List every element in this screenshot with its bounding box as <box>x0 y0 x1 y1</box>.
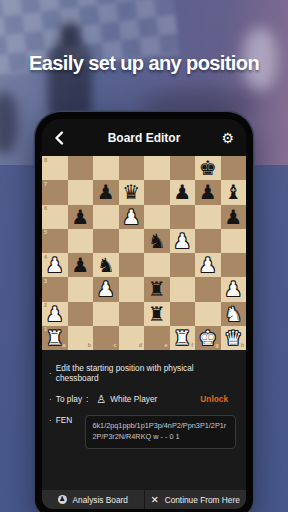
square-c1[interactable]: c <box>93 326 119 350</box>
piece-black-pawn: ♟ <box>93 180 119 204</box>
phone-mockup: Board Editor ⚙ 8♚7♟♛♟♟♝6♟♟♟5♞♟4♟♟♞♟3♟♜♟2… <box>35 112 253 512</box>
square-e3[interactable]: ♜ <box>144 277 170 301</box>
square-a3[interactable]: 3 <box>42 277 68 301</box>
square-f2[interactable] <box>170 302 196 326</box>
to-play-row: · To play : ♙ White Player Unlock <box>49 393 238 405</box>
square-c3[interactable]: ♟ <box>93 277 119 301</box>
banner-title: Easily set up any position <box>0 52 288 75</box>
rank-label: 3 <box>44 279 47 285</box>
close-icon: ✕ <box>151 495 159 505</box>
to-play-label: To play <box>56 394 82 404</box>
square-f3[interactable] <box>170 277 196 301</box>
square-b6[interactable]: ♟ <box>68 205 94 229</box>
rank-label: 5 <box>44 230 47 236</box>
unlock-button[interactable]: Unlock <box>194 393 234 405</box>
piece-black-rook: ♜ <box>144 302 170 326</box>
square-g2[interactable] <box>195 302 221 326</box>
square-g4[interactable]: ♟ <box>195 253 221 277</box>
square-e1[interactable]: e <box>144 326 170 350</box>
file-label: b <box>88 343 91 349</box>
piece-white-king: ♚ <box>195 326 221 350</box>
square-c8[interactable] <box>93 156 119 180</box>
edit-hint-row: · Edit the starting position with physic… <box>49 363 238 383</box>
square-e7[interactable] <box>144 180 170 204</box>
analysis-board-label: Analysis Board <box>73 495 128 505</box>
piece-black-rook: ♜ <box>144 277 170 301</box>
back-button[interactable] <box>54 131 74 145</box>
square-c6[interactable] <box>93 205 119 229</box>
square-h5[interactable] <box>221 229 247 253</box>
to-play-value[interactable]: White Player <box>110 394 157 404</box>
back-chevron-icon <box>54 131 64 145</box>
app-screen: Board Editor ⚙ 8♚7♟♛♟♟♝6♟♟♟5♞♟4♟♟♞♟3♟♜♟2… <box>42 119 246 509</box>
square-d3[interactable] <box>119 277 145 301</box>
square-g6[interactable] <box>195 205 221 229</box>
piece-white-rook: ♜ <box>170 326 196 350</box>
square-e2[interactable]: ♜ <box>144 302 170 326</box>
square-a2[interactable]: 2♟ <box>42 302 68 326</box>
piece-white-queen: ♛ <box>221 326 247 350</box>
square-d1[interactable]: d <box>119 326 145 350</box>
square-b5[interactable] <box>68 229 94 253</box>
square-b7[interactable] <box>68 180 94 204</box>
square-d6[interactable]: ♟ <box>119 205 145 229</box>
square-e4[interactable] <box>144 253 170 277</box>
square-f4[interactable] <box>170 253 196 277</box>
bullet: · <box>49 368 52 378</box>
piece-black-pawn: ♟ <box>221 205 247 229</box>
piece-white-pawn: ♟ <box>42 302 68 326</box>
rank-label: 8 <box>44 158 47 164</box>
square-c4[interactable]: ♞ <box>93 253 119 277</box>
square-a8[interactable]: 8 <box>42 156 68 180</box>
piece-white-pawn: ♟ <box>42 253 68 277</box>
square-h1[interactable]: h♛ <box>221 326 247 350</box>
piece-white-rook: ♜ <box>42 326 68 350</box>
rank-label: 6 <box>44 206 47 212</box>
piece-white-pawn: ♟ <box>221 277 247 301</box>
screenshot-root: Easily set up any position Board Editor … <box>0 0 288 512</box>
square-h4[interactable] <box>221 253 247 277</box>
square-g3[interactable] <box>195 277 221 301</box>
square-h3[interactable]: ♟ <box>221 277 247 301</box>
square-e5[interactable]: ♞ <box>144 229 170 253</box>
continue-from-here-button[interactable]: ✕ Continue From Here <box>145 490 247 509</box>
square-g7[interactable]: ♟ <box>195 180 221 204</box>
chess-board[interactable]: 8♚7♟♛♟♟♝6♟♟♟5♞♟4♟♟♞♟3♟♜♟2♟♜♞1a♜bcdef♜g♚h… <box>42 156 246 350</box>
square-c7[interactable]: ♟ <box>93 180 119 204</box>
square-a5[interactable]: 5 <box>42 229 68 253</box>
square-f5[interactable]: ♟ <box>170 229 196 253</box>
square-a4[interactable]: 4♟ <box>42 253 68 277</box>
square-c5[interactable] <box>93 229 119 253</box>
piece-white-pawn: ♟ <box>170 229 196 253</box>
file-label: c <box>113 343 116 349</box>
square-h6[interactable]: ♟ <box>221 205 247 229</box>
square-e8[interactable] <box>144 156 170 180</box>
piece-black-pawn: ♟ <box>68 205 94 229</box>
square-d5[interactable] <box>119 229 145 253</box>
piece-black-queen: ♛ <box>119 180 145 204</box>
square-d8[interactable] <box>119 156 145 180</box>
bullet: · <box>49 415 52 425</box>
square-f7[interactable]: ♟ <box>170 180 196 204</box>
white-pawn-icon: ♙ <box>96 394 106 405</box>
spacer <box>42 459 246 490</box>
piece-black-knight: ♞ <box>144 229 170 253</box>
square-e6[interactable] <box>144 205 170 229</box>
square-g1[interactable]: g♚ <box>195 326 221 350</box>
square-d7[interactable]: ♛ <box>119 180 145 204</box>
gear-icon: ⚙ <box>221 130 234 146</box>
edit-position-hint: Edit the starting position with physical… <box>56 363 238 383</box>
piece-black-pawn: ♟ <box>68 253 94 277</box>
square-d2[interactable] <box>119 302 145 326</box>
app-header: Board Editor ⚙ <box>42 119 246 156</box>
piece-black-pawn: ♟ <box>195 180 221 204</box>
piece-black-pawn: ♟ <box>170 180 196 204</box>
square-a6[interactable]: 6 <box>42 205 68 229</box>
square-b2[interactable] <box>68 302 94 326</box>
fen-input[interactable]: 6k1/2pq1ppb/1p1P3p/4nP2/Ppn3P1/2P1r2P/P3… <box>85 415 236 449</box>
square-a7[interactable]: 7 <box>42 180 68 204</box>
square-f6[interactable] <box>170 205 196 229</box>
settings-button[interactable]: ⚙ <box>214 131 234 145</box>
square-h8[interactable] <box>221 156 247 180</box>
piece-black-knight: ♞ <box>93 253 119 277</box>
piece-black-bishop: ♝ <box>221 180 247 204</box>
info-panel: · Edit the starting position with physic… <box>42 350 246 459</box>
bottom-action-bar: ♟ Analysis Board ✕ Continue From Here <box>42 490 246 509</box>
square-d4[interactable] <box>119 253 145 277</box>
square-h2[interactable]: ♞ <box>221 302 247 326</box>
analysis-pawn-icon: ♟ <box>58 495 67 504</box>
square-b8[interactable] <box>68 156 94 180</box>
square-b1[interactable]: b <box>68 326 94 350</box>
square-h7[interactable]: ♝ <box>221 180 247 204</box>
piece-white-pawn: ♟ <box>119 205 145 229</box>
fen-row: · FEN 6k1/2pq1ppb/1p1P3p/4nP2/Ppn3P1/2P1… <box>49 415 238 449</box>
analysis-board-button[interactable]: ♟ Analysis Board <box>42 490 144 509</box>
square-f8[interactable] <box>170 156 196 180</box>
page-title: Board Editor <box>74 131 214 145</box>
square-b4[interactable]: ♟ <box>68 253 94 277</box>
piece-black-king: ♚ <box>195 156 221 180</box>
piece-white-pawn: ♟ <box>195 253 221 277</box>
square-g8[interactable]: ♚ <box>195 156 221 180</box>
piece-white-pawn: ♟ <box>93 277 119 301</box>
bullet: · <box>49 394 52 404</box>
square-g5[interactable] <box>195 229 221 253</box>
square-f1[interactable]: f♜ <box>170 326 196 350</box>
rank-label: 7 <box>44 182 47 188</box>
piece-white-knight: ♞ <box>221 302 247 326</box>
to-play-colon: : <box>86 394 88 404</box>
square-b3[interactable] <box>68 277 94 301</box>
square-a1[interactable]: 1a♜ <box>42 326 68 350</box>
file-label: e <box>164 343 167 349</box>
continue-from-here-label: Continue From Here <box>165 495 240 505</box>
file-label: d <box>139 343 142 349</box>
fen-label: FEN <box>56 415 73 425</box>
square-c2[interactable] <box>93 302 119 326</box>
banner-king-piece-photo <box>48 38 92 120</box>
